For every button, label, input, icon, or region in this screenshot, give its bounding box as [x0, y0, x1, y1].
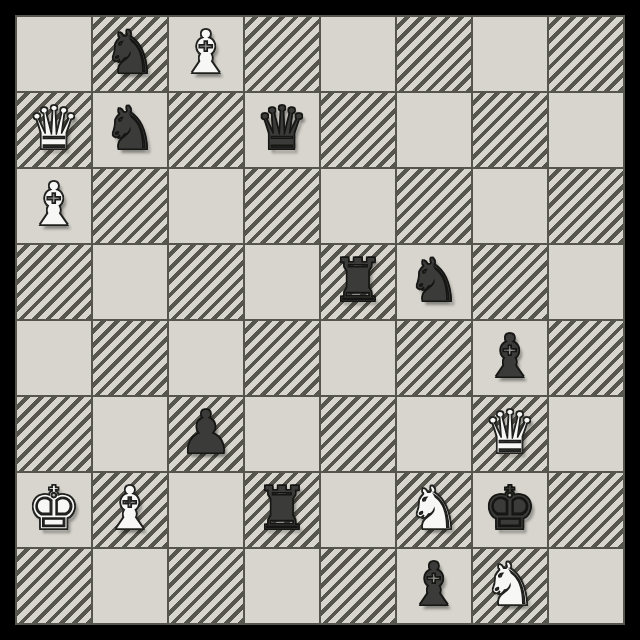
square-f1[interactable]: ♝: [397, 549, 471, 623]
square-d2[interactable]: ♜: [245, 473, 319, 547]
square-b8[interactable]: ♞: [93, 17, 167, 91]
square-b3[interactable]: [93, 397, 167, 471]
piece-black-rook: ♜: [331, 250, 385, 310]
piece-black-king: ♚: [483, 478, 537, 538]
square-e8[interactable]: [321, 17, 395, 91]
square-f7[interactable]: [397, 93, 471, 167]
square-f4[interactable]: [397, 321, 471, 395]
square-c3[interactable]: ♟: [169, 397, 243, 471]
square-g8[interactable]: [473, 17, 547, 91]
square-c5[interactable]: [169, 245, 243, 319]
piece-white-bishop: ♝: [103, 478, 157, 538]
piece-black-bishop: ♝: [483, 326, 537, 386]
piece-black-rook: ♜: [255, 478, 309, 538]
square-d6[interactable]: [245, 169, 319, 243]
square-g1[interactable]: ♞: [473, 549, 547, 623]
piece-black-bishop: ♝: [407, 554, 461, 614]
chess-board: ♞♝♛♞♛♝♜♞♝♟♛♚♝♜♞♚♝♞: [15, 15, 625, 625]
piece-white-bishop: ♝: [27, 174, 81, 234]
square-b6[interactable]: [93, 169, 167, 243]
piece-white-king: ♚: [27, 478, 81, 538]
square-d7[interactable]: ♛: [245, 93, 319, 167]
square-d1[interactable]: [245, 549, 319, 623]
square-a3[interactable]: [17, 397, 91, 471]
square-g7[interactable]: [473, 93, 547, 167]
square-g4[interactable]: ♝: [473, 321, 547, 395]
square-d8[interactable]: [245, 17, 319, 91]
square-b1[interactable]: [93, 549, 167, 623]
square-a5[interactable]: [17, 245, 91, 319]
square-c1[interactable]: [169, 549, 243, 623]
square-f2[interactable]: ♞: [397, 473, 471, 547]
square-b2[interactable]: ♝: [93, 473, 167, 547]
square-e7[interactable]: [321, 93, 395, 167]
square-h4[interactable]: [549, 321, 623, 395]
square-a2[interactable]: ♚: [17, 473, 91, 547]
piece-black-knight: ♞: [103, 22, 157, 82]
square-f6[interactable]: [397, 169, 471, 243]
square-a6[interactable]: ♝: [17, 169, 91, 243]
piece-white-queen: ♛: [483, 402, 537, 462]
piece-white-knight: ♞: [407, 478, 461, 538]
piece-black-knight: ♞: [103, 98, 157, 158]
square-c4[interactable]: [169, 321, 243, 395]
square-h6[interactable]: [549, 169, 623, 243]
square-e4[interactable]: [321, 321, 395, 395]
square-a8[interactable]: [17, 17, 91, 91]
square-c6[interactable]: [169, 169, 243, 243]
square-d4[interactable]: [245, 321, 319, 395]
square-b5[interactable]: [93, 245, 167, 319]
piece-black-knight: ♞: [407, 250, 461, 310]
square-g6[interactable]: [473, 169, 547, 243]
square-g3[interactable]: ♛: [473, 397, 547, 471]
square-a1[interactable]: [17, 549, 91, 623]
square-d5[interactable]: [245, 245, 319, 319]
square-f8[interactable]: [397, 17, 471, 91]
square-e3[interactable]: [321, 397, 395, 471]
square-e5[interactable]: ♜: [321, 245, 395, 319]
square-h3[interactable]: [549, 397, 623, 471]
piece-white-queen: ♛: [27, 98, 81, 158]
square-e6[interactable]: [321, 169, 395, 243]
square-h7[interactable]: [549, 93, 623, 167]
piece-white-bishop: ♝: [179, 22, 233, 82]
square-b7[interactable]: ♞: [93, 93, 167, 167]
square-h2[interactable]: [549, 473, 623, 547]
square-h5[interactable]: [549, 245, 623, 319]
piece-white-knight: ♞: [483, 554, 537, 614]
piece-black-pawn: ♟: [179, 402, 233, 462]
square-h1[interactable]: [549, 549, 623, 623]
square-g5[interactable]: [473, 245, 547, 319]
square-c7[interactable]: [169, 93, 243, 167]
square-a7[interactable]: ♛: [17, 93, 91, 167]
square-a4[interactable]: [17, 321, 91, 395]
square-d3[interactable]: [245, 397, 319, 471]
piece-black-queen: ♛: [255, 98, 309, 158]
square-f3[interactable]: [397, 397, 471, 471]
square-g2[interactable]: ♚: [473, 473, 547, 547]
square-h8[interactable]: [549, 17, 623, 91]
square-e1[interactable]: [321, 549, 395, 623]
square-f5[interactable]: ♞: [397, 245, 471, 319]
square-b4[interactable]: [93, 321, 167, 395]
square-c8[interactable]: ♝: [169, 17, 243, 91]
square-e2[interactable]: [321, 473, 395, 547]
board-frame: ♞♝♛♞♛♝♜♞♝♟♛♚♝♜♞♚♝♞: [0, 0, 640, 640]
square-c2[interactable]: [169, 473, 243, 547]
